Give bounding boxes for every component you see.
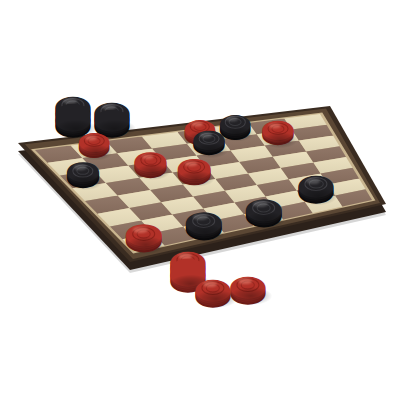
checker-disc-glyph: ● (191, 126, 227, 151)
product-photo-scene: ●●●●●●●●●●●●●●●●●●●●●● (0, 0, 400, 399)
checker-disc-glyph: ● (175, 154, 213, 181)
checker-disc-glyph: ● (243, 193, 284, 222)
checker-disc-glyph: ● (260, 116, 296, 141)
checker-disc-glyph: ● (296, 170, 336, 199)
checker-disc-glyph: ● (193, 274, 233, 303)
checker-disc-glyph: ● (65, 158, 102, 184)
checker-disc-glyph: ● (228, 271, 268, 300)
checker-disc-glyph: ● (123, 219, 164, 248)
checker-disc-glyph: ● (132, 147, 169, 173)
checker-disc-glyph: ● (77, 128, 112, 153)
checker-disc-glyph: ● (183, 206, 224, 235)
